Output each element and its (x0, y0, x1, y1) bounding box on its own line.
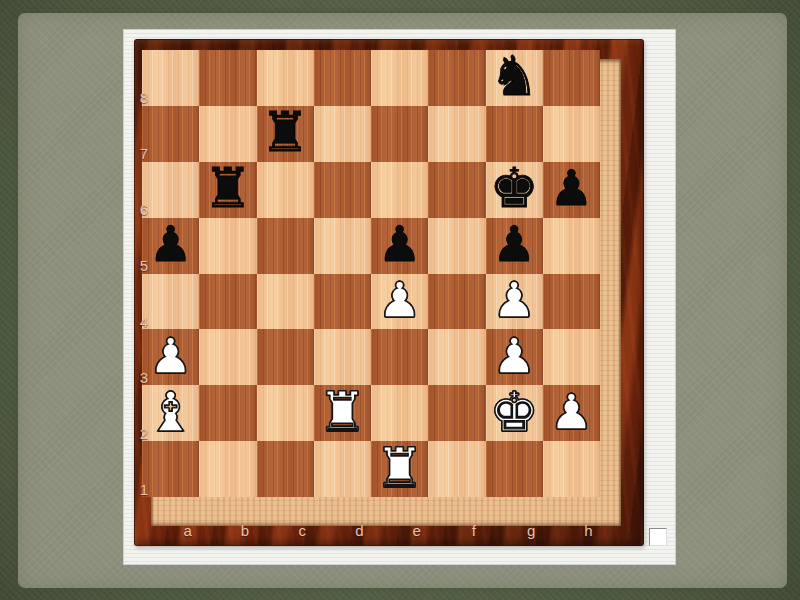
board-grid: ♞♜♜♚♟♟♟♟♟♟♟♟♝♜♚♟♜ (142, 50, 600, 497)
file-label-a: a (159, 517, 216, 543)
square-e4[interactable]: ♟ (371, 274, 428, 330)
rank-label-7: 7 (134, 126, 154, 182)
square-g8[interactable]: ♞ (486, 50, 543, 106)
square-b8[interactable] (199, 50, 256, 106)
square-g5[interactable]: ♟ (486, 218, 543, 274)
square-d6[interactable] (314, 162, 371, 218)
piece-white-pawn: ♟ (492, 332, 536, 381)
piece-black-pawn: ♟ (492, 220, 536, 269)
square-d7[interactable] (314, 106, 371, 162)
square-c8[interactable] (257, 50, 314, 106)
file-label-f: f (445, 517, 502, 543)
piece-white-pawn: ♟ (149, 332, 193, 381)
rank-label-5: 5 (134, 238, 154, 294)
slide-background: ♞♜♜♚♟♟♟♟♟♟♟♟♝♜♚♟♜ 87654321 abcdefgh (0, 0, 800, 600)
piece-black-king: ♚ (489, 162, 538, 216)
file-label-g: g (503, 517, 560, 543)
square-f6[interactable] (428, 162, 485, 218)
square-h1[interactable] (543, 441, 600, 497)
square-c6[interactable] (257, 162, 314, 218)
rank-label-2: 2 (134, 405, 154, 461)
square-b7[interactable] (199, 106, 256, 162)
file-labels: abcdefgh (159, 517, 617, 543)
piece-black-pawn: ♟ (549, 164, 593, 213)
square-e2[interactable] (371, 385, 428, 441)
square-b5[interactable] (199, 218, 256, 274)
square-d3[interactable] (314, 329, 371, 385)
square-f4[interactable] (428, 274, 485, 330)
square-g7[interactable] (486, 106, 543, 162)
square-f1[interactable] (428, 441, 485, 497)
piece-white-rook: ♜ (318, 385, 367, 439)
square-e7[interactable] (371, 106, 428, 162)
rank-label-4: 4 (134, 294, 154, 350)
square-g2[interactable]: ♚ (486, 385, 543, 441)
square-f5[interactable] (428, 218, 485, 274)
square-h2[interactable]: ♟ (543, 385, 600, 441)
square-c1[interactable] (257, 441, 314, 497)
square-b4[interactable] (199, 274, 256, 330)
square-h6[interactable]: ♟ (543, 162, 600, 218)
square-e8[interactable] (371, 50, 428, 106)
square-g3[interactable]: ♟ (486, 329, 543, 385)
square-g4[interactable]: ♟ (486, 274, 543, 330)
chess-board: ♞♜♜♚♟♟♟♟♟♟♟♟♝♜♚♟♜ 87654321 abcdefgh (134, 39, 644, 546)
square-g6[interactable]: ♚ (486, 162, 543, 218)
file-label-e: e (388, 517, 445, 543)
square-c2[interactable] (257, 385, 314, 441)
piece-white-king: ♚ (489, 385, 538, 439)
rank-label-1: 1 (134, 461, 154, 517)
square-d2[interactable]: ♜ (314, 385, 371, 441)
square-c7[interactable]: ♜ (257, 106, 314, 162)
square-e6[interactable] (371, 162, 428, 218)
square-c3[interactable] (257, 329, 314, 385)
file-label-b: b (216, 517, 273, 543)
piece-white-pawn: ♟ (378, 276, 422, 325)
square-b1[interactable] (199, 441, 256, 497)
square-h5[interactable] (543, 218, 600, 274)
piece-white-rook: ♜ (375, 441, 424, 495)
file-label-d: d (331, 517, 388, 543)
square-h8[interactable] (543, 50, 600, 106)
square-h3[interactable] (543, 329, 600, 385)
square-e5[interactable]: ♟ (371, 218, 428, 274)
square-f2[interactable] (428, 385, 485, 441)
square-b2[interactable] (199, 385, 256, 441)
rank-label-8: 8 (134, 70, 154, 126)
turn-indicator-white-to-move (649, 528, 667, 546)
square-h4[interactable] (543, 274, 600, 330)
rank-labels: 87654321 (134, 70, 154, 517)
piece-black-knight: ♞ (489, 50, 538, 104)
square-c4[interactable] (257, 274, 314, 330)
piece-white-pawn: ♟ (492, 276, 536, 325)
square-d8[interactable] (314, 50, 371, 106)
piece-black-rook: ♜ (260, 106, 309, 160)
square-g1[interactable] (486, 441, 543, 497)
square-b6[interactable]: ♜ (199, 162, 256, 218)
square-f7[interactable] (428, 106, 485, 162)
square-e1[interactable]: ♜ (371, 441, 428, 497)
square-c5[interactable] (257, 218, 314, 274)
file-label-h: h (560, 517, 617, 543)
piece-black-pawn: ♟ (149, 220, 193, 269)
piece-black-pawn: ♟ (378, 220, 422, 269)
piece-black-rook: ♜ (203, 162, 252, 216)
square-d4[interactable] (314, 274, 371, 330)
square-b3[interactable] (199, 329, 256, 385)
square-f3[interactable] (428, 329, 485, 385)
square-e3[interactable] (371, 329, 428, 385)
square-f8[interactable] (428, 50, 485, 106)
square-d5[interactable] (314, 218, 371, 274)
piece-white-pawn: ♟ (549, 388, 593, 437)
file-label-c: c (274, 517, 331, 543)
rank-label-6: 6 (134, 182, 154, 238)
square-d1[interactable] (314, 441, 371, 497)
square-h7[interactable] (543, 106, 600, 162)
chess-app-panel: ♞♜♜♚♟♟♟♟♟♟♟♟♝♜♚♟♜ 87654321 abcdefgh (123, 29, 676, 565)
rank-label-3: 3 (134, 349, 154, 405)
